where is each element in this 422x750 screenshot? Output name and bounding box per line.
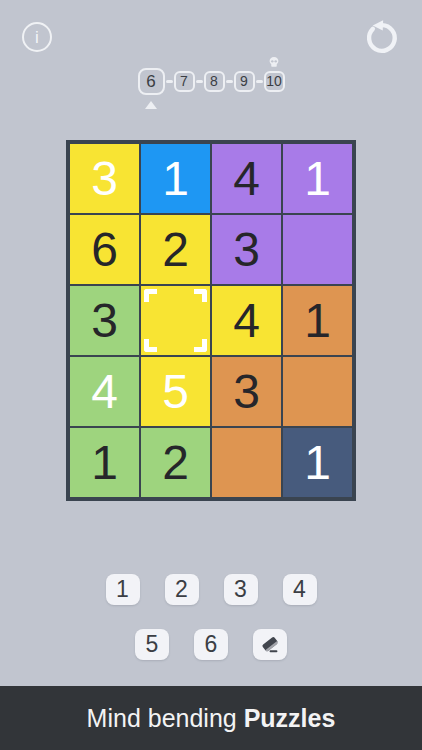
- level-connector: [196, 80, 203, 83]
- cell-r2c3[interactable]: 3: [212, 215, 281, 284]
- eraser-icon: [259, 634, 281, 656]
- level-item-9: 9: [234, 71, 255, 92]
- cell-value: 4: [91, 368, 118, 416]
- cell-r5c4[interactable]: 1: [283, 428, 352, 497]
- info-button[interactable]: i: [22, 22, 52, 52]
- cell-value: 3: [91, 297, 118, 345]
- level-item-7: 7: [174, 71, 195, 92]
- cell-value: 1: [304, 155, 331, 203]
- caption-text: Mind bending: [87, 704, 244, 733]
- cell-value: 4: [233, 155, 260, 203]
- cell-value: 3: [91, 155, 118, 203]
- selection-corner-tr: [194, 289, 207, 302]
- cell-r4c2[interactable]: 5: [141, 357, 210, 426]
- cell-r1c3[interactable]: 4: [212, 144, 281, 213]
- cell-r5c3[interactable]: [212, 428, 281, 497]
- skull-marker: [268, 55, 281, 73]
- level-7[interactable]: 7: [174, 71, 195, 92]
- level-item-8: 8: [204, 71, 225, 92]
- cell-r3c3[interactable]: 4: [212, 286, 281, 355]
- eraser-button[interactable]: [253, 629, 287, 660]
- level-item-10: 10: [264, 71, 285, 92]
- cell-r3c4[interactable]: 1: [283, 286, 352, 355]
- selection-corner-tl: [144, 289, 157, 302]
- cell-value: 2: [162, 439, 189, 487]
- cell-r2c1[interactable]: 6: [70, 215, 139, 284]
- caption-text-bold: Puzzles: [244, 704, 336, 733]
- cell-r4c3[interactable]: 3: [212, 357, 281, 426]
- cell-r4c1[interactable]: 4: [70, 357, 139, 426]
- keypad-row-2: 56: [0, 629, 422, 660]
- level-6-current[interactable]: 6: [138, 68, 165, 95]
- cell-value: 1: [162, 155, 189, 203]
- level-connector: [166, 80, 173, 83]
- cell-value: 3: [233, 226, 260, 274]
- undo-button[interactable]: [363, 19, 401, 57]
- keypad-row-1: 1234: [0, 574, 422, 605]
- level-connector: [256, 80, 263, 83]
- cell-value: 1: [304, 297, 331, 345]
- digit-button-5[interactable]: 5: [135, 629, 169, 660]
- cell-r2c2[interactable]: 2: [141, 215, 210, 284]
- info-circle-icon: i: [35, 29, 39, 46]
- selection-corner-br: [194, 339, 207, 352]
- selection-corner-bl: [144, 339, 157, 352]
- level-progress-bar: 678910: [0, 54, 422, 108]
- cell-value: 4: [233, 297, 260, 345]
- level-9[interactable]: 9: [234, 71, 255, 92]
- cell-r5c2[interactable]: 2: [141, 428, 210, 497]
- skull-icon: [268, 56, 281, 69]
- digit-button-1[interactable]: 1: [106, 574, 140, 605]
- level-item-6: 6: [138, 68, 165, 95]
- cell-r1c1[interactable]: 3: [70, 144, 139, 213]
- undo-icon: [363, 19, 401, 57]
- cell-value: 1: [91, 439, 118, 487]
- cell-value: 6: [91, 226, 118, 274]
- cell-value: 1: [304, 439, 331, 487]
- cell-value: 5: [162, 368, 189, 416]
- level-10[interactable]: 10: [264, 71, 285, 92]
- cell-value: 2: [162, 226, 189, 274]
- digit-button-3[interactable]: 3: [224, 574, 258, 605]
- cell-r2c4[interactable]: [283, 215, 352, 284]
- cell-r5c1[interactable]: 1: [70, 428, 139, 497]
- digit-button-6[interactable]: 6: [194, 629, 228, 660]
- level-8[interactable]: 8: [204, 71, 225, 92]
- cell-value: 3: [233, 368, 260, 416]
- cell-r3c2[interactable]: [141, 286, 210, 355]
- puzzle-board: 3141623341453121: [66, 140, 356, 501]
- digit-button-4[interactable]: 4: [283, 574, 317, 605]
- cell-r1c2[interactable]: 1: [141, 144, 210, 213]
- caption-bar: Mind bending Puzzles: [0, 686, 422, 750]
- cell-r3c1[interactable]: 3: [70, 286, 139, 355]
- digit-button-2[interactable]: 2: [165, 574, 199, 605]
- cell-r1c4[interactable]: 1: [283, 144, 352, 213]
- level-connector: [226, 80, 233, 83]
- current-level-pointer-icon: [145, 101, 157, 109]
- cell-r4c4[interactable]: [283, 357, 352, 426]
